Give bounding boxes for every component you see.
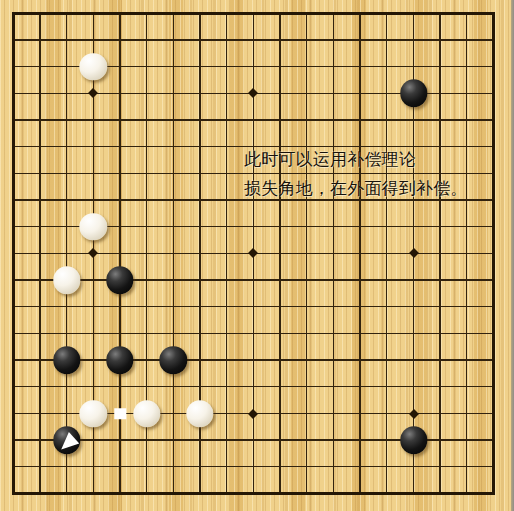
point-b3[interactable]: [27, 427, 54, 454]
point-l17[interactable]: [267, 53, 294, 80]
point-s7[interactable]: [453, 320, 480, 347]
point-t12[interactable]: [480, 187, 507, 214]
point-n15[interactable]: [320, 107, 347, 134]
point-d8[interactable]: [80, 293, 107, 320]
point-t10[interactable]: [480, 240, 507, 267]
point-b10[interactable]: [27, 240, 54, 267]
point-p5[interactable]: [373, 373, 400, 400]
point-o18[interactable]: [347, 27, 374, 54]
point-e15[interactable]: [107, 107, 134, 134]
point-c1[interactable]: [53, 480, 80, 507]
point-j8[interactable]: [213, 293, 240, 320]
point-k7[interactable]: [240, 320, 267, 347]
point-j10[interactable]: [213, 240, 240, 267]
point-e18[interactable]: [107, 27, 134, 54]
point-f14[interactable]: [133, 133, 160, 160]
point-r5[interactable]: [427, 373, 454, 400]
point-s18[interactable]: [453, 27, 480, 54]
point-r9[interactable]: [427, 267, 454, 294]
point-b18[interactable]: [27, 27, 54, 54]
point-r18[interactable]: [427, 27, 454, 54]
point-m18[interactable]: [293, 27, 320, 54]
point-e1[interactable]: [107, 480, 134, 507]
point-q17[interactable]: [400, 53, 427, 80]
point-m11[interactable]: [293, 213, 320, 240]
point-t3[interactable]: [480, 427, 507, 454]
point-j1[interactable]: [213, 480, 240, 507]
point-e5[interactable]: [107, 373, 134, 400]
point-j9[interactable]: [213, 267, 240, 294]
point-g13[interactable]: [160, 160, 187, 187]
point-e14[interactable]: [107, 133, 134, 160]
point-j16[interactable]: [213, 80, 240, 107]
point-m8[interactable]: [293, 293, 320, 320]
point-a14[interactable]: [0, 133, 27, 160]
point-g5[interactable]: [160, 373, 187, 400]
point-g12[interactable]: [160, 187, 187, 214]
point-n1[interactable]: [320, 480, 347, 507]
point-d1[interactable]: [80, 480, 107, 507]
point-c14[interactable]: [53, 133, 80, 160]
point-j13[interactable]: [213, 160, 240, 187]
point-k9[interactable]: [240, 267, 267, 294]
point-c17[interactable]: [53, 53, 80, 80]
point-e12[interactable]: [107, 187, 134, 214]
point-k2[interactable]: [240, 453, 267, 480]
point-p2[interactable]: [373, 453, 400, 480]
point-m6[interactable]: [293, 347, 320, 374]
point-r3[interactable]: [427, 427, 454, 454]
point-a15[interactable]: [0, 107, 27, 134]
point-c13[interactable]: [53, 160, 80, 187]
point-p19[interactable]: [373, 0, 400, 27]
point-b12[interactable]: [27, 187, 54, 214]
point-l19[interactable]: [267, 0, 294, 27]
point-o19[interactable]: [347, 0, 374, 27]
point-h7[interactable]: [187, 320, 214, 347]
point-d14[interactable]: [80, 133, 107, 160]
point-n16[interactable]: [320, 80, 347, 107]
point-t18[interactable]: [480, 27, 507, 54]
point-m10[interactable]: [293, 240, 320, 267]
point-h8[interactable]: [187, 293, 214, 320]
point-g3[interactable]: [160, 427, 187, 454]
point-k18[interactable]: [240, 27, 267, 54]
point-l8[interactable]: [267, 293, 294, 320]
point-j19[interactable]: [213, 0, 240, 27]
point-q8[interactable]: [400, 293, 427, 320]
point-t6[interactable]: [480, 347, 507, 374]
point-p7[interactable]: [373, 320, 400, 347]
point-b4[interactable]: [27, 400, 54, 427]
point-h16[interactable]: [187, 80, 214, 107]
point-l2[interactable]: [267, 453, 294, 480]
point-h3[interactable]: [187, 427, 214, 454]
point-l3[interactable]: [267, 427, 294, 454]
point-j11[interactable]: [213, 213, 240, 240]
point-r15[interactable]: [427, 107, 454, 134]
point-d13[interactable]: [80, 160, 107, 187]
point-k1[interactable]: [240, 480, 267, 507]
point-l6[interactable]: [267, 347, 294, 374]
point-s5[interactable]: [453, 373, 480, 400]
point-l1[interactable]: [267, 480, 294, 507]
point-p6[interactable]: [373, 347, 400, 374]
point-k15[interactable]: [240, 107, 267, 134]
point-l5[interactable]: [267, 373, 294, 400]
point-s6[interactable]: [453, 347, 480, 374]
point-n7[interactable]: [320, 320, 347, 347]
point-t13[interactable]: [480, 160, 507, 187]
point-e3[interactable]: [107, 427, 134, 454]
point-m4[interactable]: [293, 400, 320, 427]
point-f8[interactable]: [133, 293, 160, 320]
point-l10[interactable]: [267, 240, 294, 267]
point-n9[interactable]: [320, 267, 347, 294]
point-a4[interactable]: [0, 400, 27, 427]
point-p16[interactable]: [373, 80, 400, 107]
point-a17[interactable]: [0, 53, 27, 80]
point-o10[interactable]: [347, 240, 374, 267]
point-f19[interactable]: [133, 0, 160, 27]
point-b2[interactable]: [27, 453, 54, 480]
point-n17[interactable]: [320, 53, 347, 80]
point-h19[interactable]: [187, 0, 214, 27]
point-n18[interactable]: [320, 27, 347, 54]
point-k3[interactable]: [240, 427, 267, 454]
point-o2[interactable]: [347, 453, 374, 480]
point-r2[interactable]: [427, 453, 454, 480]
point-o4[interactable]: [347, 400, 374, 427]
point-m5[interactable]: [293, 373, 320, 400]
point-s16[interactable]: [453, 80, 480, 107]
point-o5[interactable]: [347, 373, 374, 400]
point-h10[interactable]: [187, 240, 214, 267]
point-b11[interactable]: [27, 213, 54, 240]
point-b1[interactable]: [27, 480, 54, 507]
point-f17[interactable]: [133, 53, 160, 80]
point-r17[interactable]: [427, 53, 454, 80]
point-s8[interactable]: [453, 293, 480, 320]
point-r6[interactable]: [427, 347, 454, 374]
point-o1[interactable]: [347, 480, 374, 507]
point-c8[interactable]: [53, 293, 80, 320]
point-c19[interactable]: [53, 0, 80, 27]
point-l11[interactable]: [267, 213, 294, 240]
point-b5[interactable]: [27, 373, 54, 400]
point-o15[interactable]: [347, 107, 374, 134]
point-t11[interactable]: [480, 213, 507, 240]
point-d12[interactable]: [80, 187, 107, 214]
point-j6[interactable]: [213, 347, 240, 374]
point-j3[interactable]: [213, 427, 240, 454]
point-n2[interactable]: [320, 453, 347, 480]
point-r1[interactable]: [427, 480, 454, 507]
point-b19[interactable]: [27, 0, 54, 27]
point-a3[interactable]: [0, 427, 27, 454]
point-n4[interactable]: [320, 400, 347, 427]
point-m16[interactable]: [293, 80, 320, 107]
point-e13[interactable]: [107, 160, 134, 187]
point-b17[interactable]: [27, 53, 54, 80]
point-c18[interactable]: [53, 27, 80, 54]
point-g14[interactable]: [160, 133, 187, 160]
point-e10[interactable]: [107, 240, 134, 267]
point-f12[interactable]: [133, 187, 160, 214]
point-e16[interactable]: [107, 80, 134, 107]
point-e8[interactable]: [107, 293, 134, 320]
point-d7[interactable]: [80, 320, 107, 347]
point-d6[interactable]: [80, 347, 107, 374]
point-f5[interactable]: [133, 373, 160, 400]
point-p8[interactable]: [373, 293, 400, 320]
point-o9[interactable]: [347, 267, 374, 294]
point-p18[interactable]: [373, 27, 400, 54]
point-s11[interactable]: [453, 213, 480, 240]
point-f3[interactable]: [133, 427, 160, 454]
point-b8[interactable]: [27, 293, 54, 320]
point-h1[interactable]: [187, 480, 214, 507]
point-o11[interactable]: [347, 213, 374, 240]
point-q11[interactable]: [400, 213, 427, 240]
point-b6[interactable]: [27, 347, 54, 374]
point-p17[interactable]: [373, 53, 400, 80]
point-g1[interactable]: [160, 480, 187, 507]
point-m2[interactable]: [293, 453, 320, 480]
point-a11[interactable]: [0, 213, 27, 240]
point-o17[interactable]: [347, 53, 374, 80]
point-q2[interactable]: [400, 453, 427, 480]
point-a9[interactable]: [0, 267, 27, 294]
point-d18[interactable]: [80, 27, 107, 54]
point-p15[interactable]: [373, 107, 400, 134]
point-t17[interactable]: [480, 53, 507, 80]
point-r16[interactable]: [427, 80, 454, 107]
point-g8[interactable]: [160, 293, 187, 320]
point-j7[interactable]: [213, 320, 240, 347]
point-r19[interactable]: [427, 0, 454, 27]
point-l9[interactable]: [267, 267, 294, 294]
point-q18[interactable]: [400, 27, 427, 54]
point-b15[interactable]: [27, 107, 54, 134]
point-g4[interactable]: [160, 400, 187, 427]
point-h18[interactable]: [187, 27, 214, 54]
point-l15[interactable]: [267, 107, 294, 134]
point-f13[interactable]: [133, 160, 160, 187]
point-g9[interactable]: [160, 267, 187, 294]
point-h17[interactable]: [187, 53, 214, 80]
point-j18[interactable]: [213, 27, 240, 54]
point-f16[interactable]: [133, 80, 160, 107]
point-a10[interactable]: [0, 240, 27, 267]
point-q9[interactable]: [400, 267, 427, 294]
point-a6[interactable]: [0, 347, 27, 374]
point-m17[interactable]: [293, 53, 320, 80]
point-a7[interactable]: [0, 320, 27, 347]
point-j14[interactable]: [213, 133, 240, 160]
point-g18[interactable]: [160, 27, 187, 54]
point-j15[interactable]: [213, 107, 240, 134]
point-f11[interactable]: [133, 213, 160, 240]
point-m15[interactable]: [293, 107, 320, 134]
point-n6[interactable]: [320, 347, 347, 374]
point-a2[interactable]: [0, 453, 27, 480]
point-c5[interactable]: [53, 373, 80, 400]
point-g10[interactable]: [160, 240, 187, 267]
point-h14[interactable]: [187, 133, 214, 160]
point-m7[interactable]: [293, 320, 320, 347]
point-t4[interactable]: [480, 400, 507, 427]
point-q7[interactable]: [400, 320, 427, 347]
point-d9[interactable]: [80, 267, 107, 294]
point-r4[interactable]: [427, 400, 454, 427]
point-m1[interactable]: [293, 480, 320, 507]
point-r8[interactable]: [427, 293, 454, 320]
point-g15[interactable]: [160, 107, 187, 134]
point-t15[interactable]: [480, 107, 507, 134]
point-m3[interactable]: [293, 427, 320, 454]
point-f18[interactable]: [133, 27, 160, 54]
point-k19[interactable]: [240, 0, 267, 27]
point-h9[interactable]: [187, 267, 214, 294]
point-q5[interactable]: [400, 373, 427, 400]
point-t16[interactable]: [480, 80, 507, 107]
point-b13[interactable]: [27, 160, 54, 187]
point-n3[interactable]: [320, 427, 347, 454]
point-c11[interactable]: [53, 213, 80, 240]
point-d5[interactable]: [80, 373, 107, 400]
point-p4[interactable]: [373, 400, 400, 427]
point-h6[interactable]: [187, 347, 214, 374]
go-board[interactable]: [0, 0, 507, 507]
point-t8[interactable]: [480, 293, 507, 320]
point-e19[interactable]: [107, 0, 134, 27]
point-m9[interactable]: [293, 267, 320, 294]
point-o16[interactable]: [347, 80, 374, 107]
point-a12[interactable]: [0, 187, 27, 214]
point-n19[interactable]: [320, 0, 347, 27]
point-g17[interactable]: [160, 53, 187, 80]
point-h2[interactable]: [187, 453, 214, 480]
point-o7[interactable]: [347, 320, 374, 347]
point-s2[interactable]: [453, 453, 480, 480]
point-a19[interactable]: [0, 0, 27, 27]
point-h15[interactable]: [187, 107, 214, 134]
point-t1[interactable]: [480, 480, 507, 507]
point-o6[interactable]: [347, 347, 374, 374]
point-e2[interactable]: [107, 453, 134, 480]
point-n10[interactable]: [320, 240, 347, 267]
point-c15[interactable]: [53, 107, 80, 134]
point-q19[interactable]: [400, 0, 427, 27]
point-o3[interactable]: [347, 427, 374, 454]
point-t9[interactable]: [480, 267, 507, 294]
point-h11[interactable]: [187, 213, 214, 240]
point-f6[interactable]: [133, 347, 160, 374]
point-f10[interactable]: [133, 240, 160, 267]
point-k8[interactable]: [240, 293, 267, 320]
point-p11[interactable]: [373, 213, 400, 240]
point-s10[interactable]: [453, 240, 480, 267]
point-c2[interactable]: [53, 453, 80, 480]
point-a18[interactable]: [0, 27, 27, 54]
point-j17[interactable]: [213, 53, 240, 80]
point-b7[interactable]: [27, 320, 54, 347]
point-k6[interactable]: [240, 347, 267, 374]
point-h12[interactable]: [187, 187, 214, 214]
point-f7[interactable]: [133, 320, 160, 347]
point-s9[interactable]: [453, 267, 480, 294]
point-r10[interactable]: [427, 240, 454, 267]
point-l18[interactable]: [267, 27, 294, 54]
point-c12[interactable]: [53, 187, 80, 214]
point-p1[interactable]: [373, 480, 400, 507]
point-t7[interactable]: [480, 320, 507, 347]
point-b9[interactable]: [27, 267, 54, 294]
point-h5[interactable]: [187, 373, 214, 400]
point-j12[interactable]: [213, 187, 240, 214]
point-l4[interactable]: [267, 400, 294, 427]
point-k17[interactable]: [240, 53, 267, 80]
point-q15[interactable]: [400, 107, 427, 134]
point-r7[interactable]: [427, 320, 454, 347]
point-n5[interactable]: [320, 373, 347, 400]
point-q6[interactable]: [400, 347, 427, 374]
point-a16[interactable]: [0, 80, 27, 107]
point-a5[interactable]: [0, 373, 27, 400]
point-g11[interactable]: [160, 213, 187, 240]
point-j5[interactable]: [213, 373, 240, 400]
point-c7[interactable]: [53, 320, 80, 347]
point-o8[interactable]: [347, 293, 374, 320]
point-n8[interactable]: [320, 293, 347, 320]
point-h13[interactable]: [187, 160, 214, 187]
point-f2[interactable]: [133, 453, 160, 480]
point-f9[interactable]: [133, 267, 160, 294]
point-d19[interactable]: [80, 0, 107, 27]
point-m19[interactable]: [293, 0, 320, 27]
point-a8[interactable]: [0, 293, 27, 320]
point-b16[interactable]: [27, 80, 54, 107]
point-a1[interactable]: [0, 480, 27, 507]
point-d15[interactable]: [80, 107, 107, 134]
point-s4[interactable]: [453, 400, 480, 427]
point-c16[interactable]: [53, 80, 80, 107]
point-f1[interactable]: [133, 480, 160, 507]
point-a13[interactable]: [0, 160, 27, 187]
point-g7[interactable]: [160, 320, 187, 347]
point-s1[interactable]: [453, 480, 480, 507]
point-p3[interactable]: [373, 427, 400, 454]
point-s3[interactable]: [453, 427, 480, 454]
point-s15[interactable]: [453, 107, 480, 134]
point-p10[interactable]: [373, 240, 400, 267]
point-b14[interactable]: [27, 133, 54, 160]
point-q1[interactable]: [400, 480, 427, 507]
point-g19[interactable]: [160, 0, 187, 27]
point-d2[interactable]: [80, 453, 107, 480]
point-j4[interactable]: [213, 400, 240, 427]
point-s19[interactable]: [453, 0, 480, 27]
point-l7[interactable]: [267, 320, 294, 347]
point-g2[interactable]: [160, 453, 187, 480]
point-g16[interactable]: [160, 80, 187, 107]
point-k11[interactable]: [240, 213, 267, 240]
point-t14[interactable]: [480, 133, 507, 160]
point-t5[interactable]: [480, 373, 507, 400]
point-c4[interactable]: [53, 400, 80, 427]
point-f15[interactable]: [133, 107, 160, 134]
